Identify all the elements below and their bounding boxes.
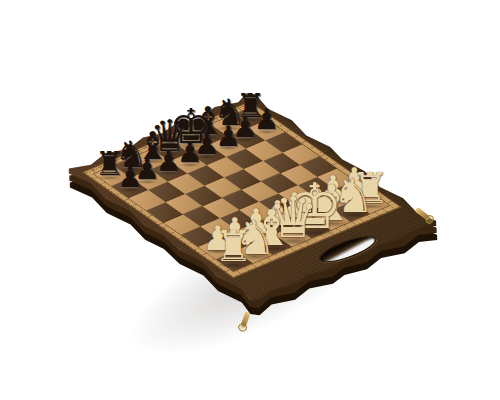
piece-black-pawn-a7[interactable]: ♟ [116, 164, 144, 192]
chess-set-photo: ♜♞♝♛♚♝♞♜♟♟♟♟♟♟♟♟♟♟♟♟♟♟♟♟♜♞♝♛♚♝♞♜ [0, 0, 500, 400]
pieces-layer: ♜♞♝♛♚♝♞♜♟♟♟♟♟♟♟♟♟♟♟♟♟♟♟♟♜♞♝♛♚♝♞♜ [0, 0, 500, 400]
piece-white-rook-a1[interactable]: ♜ [212, 226, 254, 268]
